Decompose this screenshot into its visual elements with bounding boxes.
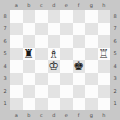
square-f3[interactable] [73,73,86,86]
rank-label-5: 5 [110,48,120,61]
square-f2[interactable] [73,85,86,98]
square-d7[interactable] [48,23,61,36]
square-f6[interactable] [73,35,86,48]
file-labels-top: abcdefgh [10,0,110,10]
file-label-b: b [23,0,36,10]
square-d3[interactable] [48,73,61,86]
file-labels-bottom: abcdefgh [10,110,110,120]
file-label-a: a [10,110,23,120]
square-c2[interactable] [35,85,48,98]
square-a2[interactable] [10,85,23,98]
file-label-e: e [60,0,73,10]
square-b2[interactable] [23,85,36,98]
square-b7[interactable] [23,23,36,36]
square-h7[interactable] [98,23,111,36]
square-f8[interactable] [73,10,86,23]
piece-white-bishop[interactable]: ♗ [48,47,59,59]
rank-label-4: 4 [0,60,10,73]
square-a8[interactable] [10,10,23,23]
rank-label-2: 2 [110,85,120,98]
square-f7[interactable] [73,23,86,36]
square-e1[interactable] [60,98,73,111]
rank-label-1: 1 [0,98,10,111]
square-e3[interactable] [60,73,73,86]
square-h8[interactable] [98,10,111,23]
rank-label-5: 5 [0,48,10,61]
square-c7[interactable] [35,23,48,36]
file-label-d: d [48,0,61,10]
square-e2[interactable] [60,85,73,98]
square-g6[interactable] [85,35,98,48]
rank-label-6: 6 [0,35,10,48]
square-b8[interactable] [23,10,36,23]
rank-labels-right: 87654321 [110,10,120,110]
square-h1[interactable] [98,98,111,111]
piece-white-rook[interactable]: ♖ [98,47,109,59]
square-e8[interactable] [60,10,73,23]
square-g2[interactable] [85,85,98,98]
square-c4[interactable] [35,60,48,73]
square-c1[interactable] [35,98,48,111]
file-label-f: f [73,0,86,10]
rank-label-1: 1 [110,98,120,111]
square-b5[interactable]: ♜ [23,48,36,61]
square-a4[interactable] [10,60,23,73]
rank-label-2: 2 [0,85,10,98]
square-c5[interactable] [35,48,48,61]
square-c8[interactable] [35,10,48,23]
square-f4[interactable]: ♚ [73,60,86,73]
file-label-h: h [98,0,111,10]
square-g7[interactable] [85,23,98,36]
square-e5[interactable] [60,48,73,61]
square-g5[interactable] [85,48,98,61]
square-h4[interactable] [98,60,111,73]
rank-label-3: 3 [0,73,10,86]
rank-label-7: 7 [110,23,120,36]
chess-board: ♜♗♖♔♚ [10,10,110,110]
square-g4[interactable] [85,60,98,73]
rank-label-4: 4 [110,60,120,73]
piece-black-king[interactable]: ♚ [73,60,84,72]
file-label-f: f [73,110,86,120]
file-label-c: c [35,0,48,10]
square-d4[interactable]: ♔ [48,60,61,73]
piece-black-rook[interactable]: ♜ [23,47,34,59]
square-a7[interactable] [10,23,23,36]
square-a6[interactable] [10,35,23,48]
file-label-c: c [35,110,48,120]
square-a5[interactable] [10,48,23,61]
chess-board-frame: abcdefgh abcdefgh 87654321 87654321 ♜♗♖♔… [0,0,120,120]
square-e6[interactable] [60,35,73,48]
file-label-g: g [85,0,98,10]
square-e7[interactable] [60,23,73,36]
square-b1[interactable] [23,98,36,111]
square-c3[interactable] [35,73,48,86]
square-d2[interactable] [48,85,61,98]
file-label-b: b [23,110,36,120]
square-c6[interactable] [35,35,48,48]
square-e4[interactable] [60,60,73,73]
square-h5[interactable]: ♖ [98,48,111,61]
square-g1[interactable] [85,98,98,111]
square-h3[interactable] [98,73,111,86]
square-h2[interactable] [98,85,111,98]
rank-label-7: 7 [0,23,10,36]
square-d8[interactable] [48,10,61,23]
square-b4[interactable] [23,60,36,73]
square-f1[interactable] [73,98,86,111]
file-label-h: h [98,110,111,120]
rank-labels-left: 87654321 [0,10,10,110]
rank-label-8: 8 [110,10,120,23]
file-label-a: a [10,0,23,10]
square-g3[interactable] [85,73,98,86]
rank-label-8: 8 [0,10,10,23]
file-label-d: d [48,110,61,120]
square-g8[interactable] [85,10,98,23]
square-b3[interactable] [23,73,36,86]
rank-label-3: 3 [110,73,120,86]
file-label-e: e [60,110,73,120]
rank-label-6: 6 [110,35,120,48]
square-d1[interactable] [48,98,61,111]
piece-white-king[interactable]: ♔ [48,60,59,72]
file-label-g: g [85,110,98,120]
square-a3[interactable] [10,73,23,86]
square-a1[interactable] [10,98,23,111]
